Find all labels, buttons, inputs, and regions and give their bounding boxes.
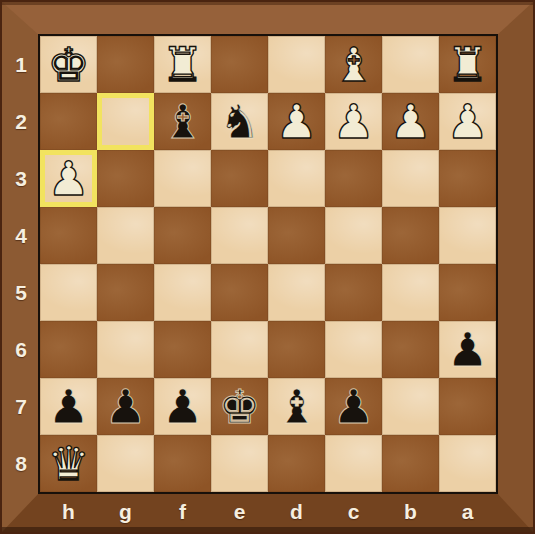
white-king[interactable]: ♚ [47,36,89,93]
rank-label-8: 8 [2,435,40,492]
square-a2[interactable]: ♟ [439,93,496,150]
square-h7[interactable]: ♟ [40,378,97,435]
file-label-h: h [40,492,97,532]
square-e2[interactable]: ♞ [211,93,268,150]
white-pawn[interactable]: ♟ [446,93,488,150]
square-b3[interactable] [382,150,439,207]
rank-label-1: 1 [2,36,40,93]
square-b6[interactable] [382,321,439,378]
square-f1[interactable]: ♜ [154,36,211,93]
square-c2[interactable]: ♟ [325,93,382,150]
white-pawn[interactable]: ♟ [47,150,89,207]
square-b4[interactable] [382,207,439,264]
square-a8[interactable] [439,435,496,492]
square-h6[interactable] [40,321,97,378]
square-b2[interactable]: ♟ [382,93,439,150]
black-bishop[interactable]: ♝ [161,93,203,150]
black-pawn[interactable]: ♟ [104,378,146,435]
white-pawn[interactable]: ♟ [389,93,431,150]
square-f3[interactable] [154,150,211,207]
square-d2[interactable]: ♟ [268,93,325,150]
square-g3[interactable] [97,150,154,207]
rank-label-7: 7 [2,378,40,435]
square-a6[interactable]: ♟ [439,321,496,378]
rank-label-2: 2 [2,93,40,150]
square-g1[interactable] [97,36,154,93]
file-label-e: e [211,492,268,532]
white-pawn[interactable]: ♟ [275,93,317,150]
rank-label-5: 5 [2,264,40,321]
square-h5[interactable] [40,264,97,321]
square-e6[interactable] [211,321,268,378]
square-f6[interactable] [154,321,211,378]
square-c4[interactable] [325,207,382,264]
square-f5[interactable] [154,264,211,321]
square-e4[interactable] [211,207,268,264]
white-pawn[interactable]: ♟ [332,93,374,150]
square-a7[interactable] [439,378,496,435]
square-f7[interactable]: ♟ [154,378,211,435]
black-king[interactable]: ♚ [218,378,260,435]
square-f8[interactable] [154,435,211,492]
square-b8[interactable] [382,435,439,492]
black-pawn[interactable]: ♟ [446,321,488,378]
square-g2[interactable] [97,93,154,150]
black-pawn[interactable]: ♟ [161,378,203,435]
file-label-d: d [268,492,325,532]
square-a5[interactable] [439,264,496,321]
square-f2[interactable]: ♝ [154,93,211,150]
rank-labels: 12345678 [2,36,40,492]
chess-app-window: 12345678 ♚♜♝♜♝♞♟♟♟♟♟♟♟♟♟♚♝♟♛ hgfedcba [0,0,535,534]
square-b1[interactable] [382,36,439,93]
square-h8[interactable]: ♛ [40,435,97,492]
square-d4[interactable] [268,207,325,264]
black-knight[interactable]: ♞ [218,93,260,150]
file-label-f: f [154,492,211,532]
square-c1[interactable]: ♝ [325,36,382,93]
square-d5[interactable] [268,264,325,321]
frame-top-edge [2,2,533,5]
square-g4[interactable] [97,207,154,264]
rank-label-6: 6 [2,321,40,378]
square-e8[interactable] [211,435,268,492]
square-a4[interactable] [439,207,496,264]
white-rook[interactable]: ♜ [446,36,488,93]
square-c8[interactable] [325,435,382,492]
square-a3[interactable] [439,150,496,207]
square-h2[interactable] [40,93,97,150]
square-d7[interactable]: ♝ [268,378,325,435]
black-bishop[interactable]: ♝ [275,378,317,435]
square-d6[interactable] [268,321,325,378]
square-g7[interactable]: ♟ [97,378,154,435]
square-d3[interactable] [268,150,325,207]
square-c5[interactable] [325,264,382,321]
square-c3[interactable] [325,150,382,207]
square-e3[interactable] [211,150,268,207]
file-label-g: g [97,492,154,532]
square-e7[interactable]: ♚ [211,378,268,435]
square-e1[interactable] [211,36,268,93]
file-labels: hgfedcba [40,492,496,532]
square-c6[interactable] [325,321,382,378]
square-f4[interactable] [154,207,211,264]
white-queen[interactable]: ♛ [47,435,89,492]
square-g8[interactable] [97,435,154,492]
square-d8[interactable] [268,435,325,492]
rank-label-3: 3 [2,150,40,207]
white-bishop[interactable]: ♝ [332,36,374,93]
square-h3[interactable]: ♟ [40,150,97,207]
file-label-a: a [439,492,496,532]
square-e5[interactable] [211,264,268,321]
square-h4[interactable] [40,207,97,264]
square-h1[interactable]: ♚ [40,36,97,93]
square-d1[interactable] [268,36,325,93]
square-c7[interactable]: ♟ [325,378,382,435]
rank-label-4: 4 [2,207,40,264]
square-g6[interactable] [97,321,154,378]
chess-board[interactable]: ♚♜♝♜♝♞♟♟♟♟♟♟♟♟♟♚♝♟♛ [40,36,496,492]
frame-bottom-edge [2,527,533,532]
square-b5[interactable] [382,264,439,321]
square-a1[interactable]: ♜ [439,36,496,93]
file-label-b: b [382,492,439,532]
square-b7[interactable] [382,378,439,435]
square-g5[interactable] [97,264,154,321]
black-pawn[interactable]: ♟ [332,378,374,435]
black-pawn[interactable]: ♟ [47,378,89,435]
file-label-c: c [325,492,382,532]
white-rook[interactable]: ♜ [161,36,203,93]
